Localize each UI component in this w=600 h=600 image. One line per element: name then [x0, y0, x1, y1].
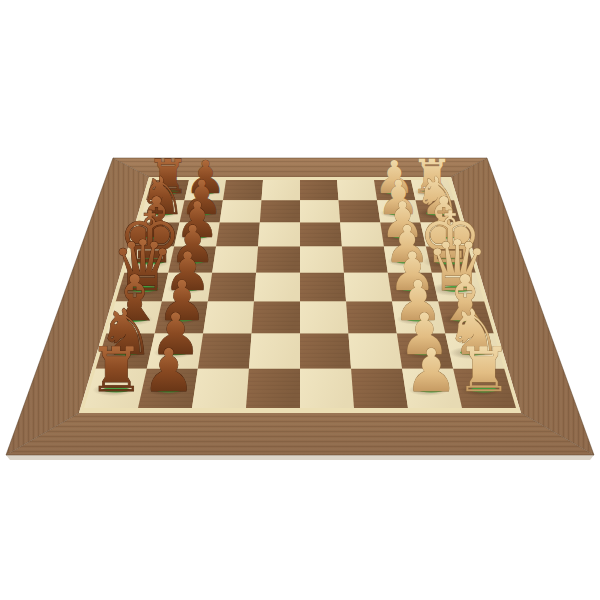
square-d3 — [344, 273, 392, 302]
square-h3 — [337, 180, 377, 200]
square-grain-b4 — [300, 333, 351, 368]
square-grain-f6 — [216, 222, 260, 246]
square-g4 — [300, 200, 340, 222]
square-f5 — [258, 222, 300, 246]
square-c4 — [300, 302, 348, 334]
piece-black-rook-a8: ♜ — [89, 334, 144, 405]
square-c6 — [203, 302, 254, 334]
square-g6 — [220, 200, 262, 222]
square-grain-d6 — [208, 273, 256, 302]
square-grain-g5 — [260, 200, 300, 222]
square-grain-h4 — [300, 180, 339, 200]
square-grain-e5 — [256, 246, 300, 272]
square-grain-a3 — [351, 369, 408, 408]
square-h5 — [261, 180, 300, 200]
square-grain-d4 — [300, 273, 346, 302]
square-grain-f4 — [300, 222, 342, 246]
chess-board: ♜♟♟♜♞♟♟♞♝♟♟♝♚♟♟♚♛♟♟♛♝♟♟♝♞♟♟♞♜♟♟♜ — [0, 0, 600, 600]
square-grain-b6 — [198, 333, 252, 368]
square-e4 — [300, 246, 344, 272]
square-e6 — [212, 246, 258, 272]
piece-white-pawn-a2: ♟ — [405, 336, 458, 405]
square-grain-e3 — [342, 246, 388, 272]
square-b3 — [348, 333, 402, 368]
piece-black-pawn-a7: ♟ — [142, 336, 195, 405]
square-f3 — [340, 222, 384, 246]
square-d5 — [254, 273, 300, 302]
square-grain-a5 — [246, 369, 300, 408]
square-grain-c3 — [346, 302, 397, 334]
square-b5 — [249, 333, 300, 368]
square-grain-c5 — [252, 302, 300, 334]
square-a6 — [192, 369, 249, 408]
piece-white-rook-a1: ♜ — [456, 334, 511, 405]
chess-set-photo: ♜♟♟♜♞♟♟♞♝♟♟♝♚♟♟♚♛♟♟♛♝♟♟♝♞♟♟♞♜♟♟♜ — [0, 0, 600, 600]
square-grain-h6 — [223, 180, 263, 200]
square-a4 — [300, 369, 354, 408]
board-edge-strip — [6, 455, 594, 460]
frame-bottom-grain — [6, 413, 594, 455]
